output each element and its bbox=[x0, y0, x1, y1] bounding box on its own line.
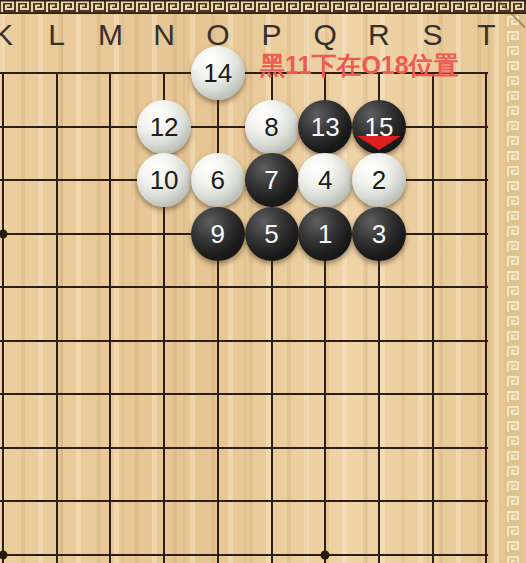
grid-line-vertical-T bbox=[485, 72, 487, 563]
stone-black-7-P17[interactable]: 7 bbox=[245, 153, 299, 207]
grid-line-horizontal-14 bbox=[0, 340, 488, 342]
stone-white-4-Q17[interactable]: 4 bbox=[298, 153, 352, 207]
stone-move-number: 12 bbox=[150, 114, 179, 140]
stone-black-5-P16[interactable]: 5 bbox=[245, 207, 299, 261]
stone-black-3-R16[interactable]: 3 bbox=[352, 207, 406, 261]
star-point-K16 bbox=[0, 229, 8, 238]
grid-line-horizontal-11 bbox=[0, 500, 488, 502]
stone-black-15-R18[interactable]: 15 bbox=[352, 100, 406, 154]
grid-line-vertical-L bbox=[56, 72, 58, 563]
stone-move-number: 14 bbox=[203, 60, 232, 86]
stone-move-number: 7 bbox=[264, 167, 278, 193]
stone-move-number: 13 bbox=[311, 114, 340, 140]
star-point-Q10 bbox=[321, 550, 330, 559]
stone-white-6-O17[interactable]: 6 bbox=[191, 153, 245, 207]
stone-move-number: 3 bbox=[372, 221, 386, 247]
grid-line-vertical-M bbox=[109, 72, 111, 563]
stone-black-13-Q18[interactable]: 13 bbox=[298, 100, 352, 154]
column-label-R: R bbox=[368, 20, 390, 50]
column-label-N: N bbox=[153, 20, 175, 50]
stone-move-number: 8 bbox=[264, 114, 278, 140]
grid-line-horizontal-10 bbox=[0, 554, 488, 556]
stone-move-number: 6 bbox=[211, 167, 225, 193]
stone-move-number: 4 bbox=[318, 167, 332, 193]
column-label-P: P bbox=[261, 20, 281, 50]
grid-line-vertical-O bbox=[217, 72, 219, 563]
top-meander-border bbox=[0, 0, 526, 14]
grid-line-vertical-K bbox=[2, 72, 4, 563]
stone-move-number: 9 bbox=[211, 221, 225, 247]
stone-move-number: 1 bbox=[318, 221, 332, 247]
column-label-S: S bbox=[423, 20, 443, 50]
stone-move-number: 10 bbox=[150, 167, 179, 193]
grid-line-vertical-S bbox=[432, 72, 434, 563]
grid-line-horizontal-13 bbox=[0, 393, 488, 395]
stone-white-14-O19[interactable]: 14 bbox=[191, 46, 245, 100]
column-label-M: M bbox=[98, 20, 123, 50]
grid-line-horizontal-12 bbox=[0, 447, 488, 449]
grid-line-horizontal-15 bbox=[0, 286, 488, 288]
stone-white-8-P18[interactable]: 8 bbox=[245, 100, 299, 154]
right-meander-border bbox=[505, 14, 521, 563]
column-label-T: T bbox=[477, 20, 495, 50]
stone-move-number: 5 bbox=[264, 221, 278, 247]
column-label-K: K bbox=[0, 20, 13, 50]
go-board-screenshot: KLMNOPQRST1412813151067429513 黑11下在O18位置 bbox=[0, 0, 526, 563]
stone-white-2-R17[interactable]: 2 bbox=[352, 153, 406, 207]
stone-move-number: 15 bbox=[364, 114, 393, 140]
stone-white-10-N17[interactable]: 10 bbox=[137, 153, 191, 207]
stone-black-9-O16[interactable]: 9 bbox=[191, 207, 245, 261]
stone-move-number: 2 bbox=[372, 167, 386, 193]
move-annotation-text: 黑11下在O18位置 bbox=[260, 49, 459, 82]
column-label-Q: Q bbox=[314, 20, 337, 50]
column-label-L: L bbox=[48, 20, 65, 50]
star-point-K10 bbox=[0, 550, 8, 559]
stone-black-1-Q16[interactable]: 1 bbox=[298, 207, 352, 261]
stone-white-12-N18[interactable]: 12 bbox=[137, 100, 191, 154]
